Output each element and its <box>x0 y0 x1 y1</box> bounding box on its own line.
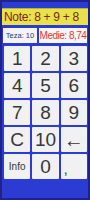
exam-grade-display: Teza: 10 <box>3 28 37 43</box>
key-5[interactable]: 5 <box>32 73 58 98</box>
backspace-button[interactable]: ← <box>61 127 87 152</box>
key-1[interactable]: 1 <box>4 46 30 71</box>
stats-row: Teza: 10 Medie: 8,74 <box>3 28 87 43</box>
info-button[interactable]: Info <box>4 154 30 179</box>
grades-display: Note: 8 + 9 + 8 <box>2 8 88 25</box>
key-3[interactable]: 3 <box>61 46 87 71</box>
grade-calculator-app: Note: 8 + 9 + 8 Teza: 10 Medie: 8,74 1 2… <box>0 0 90 200</box>
key-0[interactable]: 0 <box>32 154 58 179</box>
clear-button[interactable]: C <box>4 127 30 152</box>
key-4[interactable]: 4 <box>4 73 30 98</box>
key-7[interactable]: 7 <box>4 100 30 125</box>
decimal-comma-button[interactable]: , <box>61 154 87 179</box>
key-8[interactable]: 8 <box>32 100 58 125</box>
key-9[interactable]: 9 <box>61 100 87 125</box>
key-2[interactable]: 2 <box>32 46 58 71</box>
key-10[interactable]: 10 <box>32 127 58 152</box>
key-6[interactable]: 6 <box>61 73 87 98</box>
average-display: Medie: 8,74 <box>39 28 87 43</box>
keypad: 1 2 3 4 5 6 7 8 9 C 10 ← Info 0 , <box>4 46 87 179</box>
